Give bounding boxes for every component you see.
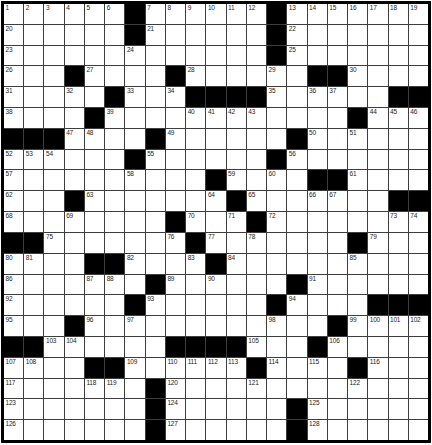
cell-r15c18[interactable] [348,295,367,315]
cell-r1c6[interactable]: 6 [105,4,124,24]
cell-r2c17[interactable] [328,25,347,45]
cell-r3c9[interactable] [166,46,185,66]
cell-r10c19[interactable] [368,191,387,211]
cell-r14c12[interactable] [227,275,246,295]
cell-r16c11[interactable] [206,316,225,336]
cell-r20c5[interactable] [85,399,104,419]
cell-r6c4[interactable] [65,108,84,128]
cell-r18c17[interactable] [328,358,347,378]
cell-r8c18[interactable] [348,150,367,170]
cell-r20c9[interactable]: 124 [166,399,185,419]
cell-r7c16[interactable]: 50 [308,129,327,149]
cell-r5c2[interactable] [24,87,43,107]
cell-r20c7[interactable] [125,399,144,419]
cell-r19c6[interactable]: 119 [105,379,124,399]
cell-r20c18[interactable] [348,399,367,419]
cell-r8c1[interactable]: 52 [4,150,23,170]
cell-r10c10[interactable] [186,191,205,211]
cell-r2c19[interactable] [368,25,387,45]
cell-r8c2[interactable]: 53 [24,150,43,170]
cell-r4c1[interactable]: 26 [4,66,23,86]
cell-r5c14[interactable]: 35 [267,87,286,107]
cell-r13c21[interactable] [409,254,428,274]
cell-r10c15[interactable] [287,191,306,211]
cell-r13c17[interactable] [328,254,347,274]
cell-r18c2[interactable]: 108 [24,358,43,378]
cell-r13c18[interactable]: 85 [348,254,367,274]
cell-r9c8[interactable] [146,170,165,190]
cell-r21c5[interactable] [85,420,104,440]
cell-r8c8[interactable]: 55 [146,150,165,170]
cell-r6c7[interactable] [125,108,144,128]
cell-r4c7[interactable] [125,66,144,86]
cell-r18c8[interactable] [146,358,165,378]
cell-r3c11[interactable] [206,46,225,66]
cell-r16c3[interactable] [44,316,63,336]
cell-r1c5[interactable]: 5 [85,4,104,24]
cell-r12c12[interactable] [227,233,246,253]
cell-r15c11[interactable] [206,295,225,315]
cell-r8c16[interactable] [308,150,327,170]
cell-r3c15[interactable]: 25 [287,46,306,66]
cell-r16c2[interactable] [24,316,43,336]
cell-r14c3[interactable] [44,275,63,295]
cell-r9c1[interactable]: 57 [4,170,23,190]
cell-r13c19[interactable] [368,254,387,274]
cell-r18c7[interactable]: 109 [125,358,144,378]
cell-r18c16[interactable]: 115 [308,358,327,378]
cell-r4c14[interactable]: 29 [267,66,286,86]
cell-r12c4[interactable] [65,233,84,253]
cell-r10c16[interactable]: 66 [308,191,327,211]
cell-r11c1[interactable]: 68 [4,212,23,232]
cell-r19c4[interactable] [65,379,84,399]
cell-r6c20[interactable]: 45 [389,108,408,128]
cell-r15c2[interactable] [24,295,43,315]
cell-r9c12[interactable]: 59 [227,170,246,190]
cell-r16c6[interactable] [105,316,124,336]
cell-r17c20[interactable] [389,337,408,357]
cell-r5c7[interactable]: 33 [125,87,144,107]
cell-r18c9[interactable]: 110 [166,358,185,378]
cell-r18c12[interactable]: 113 [227,358,246,378]
cell-r15c15[interactable]: 94 [287,295,306,315]
cell-r3c12[interactable] [227,46,246,66]
cell-r3c19[interactable] [368,46,387,66]
cell-r5c8[interactable] [146,87,165,107]
cell-r8c6[interactable] [105,150,124,170]
cell-r13c20[interactable] [389,254,408,274]
cell-r4c10[interactable]: 28 [186,66,205,86]
cell-r7c17[interactable] [328,129,347,149]
cell-r5c18[interactable] [348,87,367,107]
cell-r4c15[interactable] [287,66,306,86]
cell-r14c14[interactable] [267,275,286,295]
cell-r8c9[interactable] [166,150,185,170]
cell-r7c21[interactable] [409,129,428,149]
cell-r20c13[interactable] [247,399,266,419]
cell-r8c11[interactable] [206,150,225,170]
cell-r11c7[interactable] [125,212,144,232]
cell-r14c7[interactable] [125,275,144,295]
cell-r19c21[interactable] [409,379,428,399]
cell-r6c6[interactable]: 39 [105,108,124,128]
cell-r6c12[interactable]: 42 [227,108,246,128]
cell-r21c6[interactable] [105,420,124,440]
cell-r2c18[interactable] [348,25,367,45]
cell-r10c18[interactable] [348,191,367,211]
cell-r7c14[interactable] [267,129,286,149]
cell-r21c2[interactable] [24,420,43,440]
cell-r20c20[interactable] [389,399,408,419]
cell-r4c21[interactable] [409,66,428,86]
cell-r16c21[interactable]: 102 [409,316,428,336]
cell-r11c2[interactable] [24,212,43,232]
cell-r2c16[interactable] [308,25,327,45]
cell-r9c14[interactable]: 60 [267,170,286,190]
cell-r16c18[interactable]: 99 [348,316,367,336]
cell-r13c3[interactable] [44,254,63,274]
cell-r20c16[interactable]: 125 [308,399,327,419]
cell-r14c4[interactable] [65,275,84,295]
cell-r8c21[interactable] [409,150,428,170]
cell-r1c11[interactable]: 10 [206,4,225,24]
cell-r20c3[interactable] [44,399,63,419]
cell-r12c7[interactable] [125,233,144,253]
cell-r17c13[interactable]: 105 [247,337,266,357]
cell-r15c3[interactable] [44,295,63,315]
cell-r18c21[interactable] [409,358,428,378]
cell-r5c9[interactable]: 34 [166,87,185,107]
cell-r15c4[interactable] [65,295,84,315]
cell-r9c15[interactable] [287,170,306,190]
cell-r6c17[interactable] [328,108,347,128]
cell-r2c2[interactable] [24,25,43,45]
cell-r4c13[interactable] [247,66,266,86]
cell-r14c17[interactable] [328,275,347,295]
cell-r3c3[interactable] [44,46,63,66]
cell-r3c4[interactable] [65,46,84,66]
cell-r1c16[interactable]: 14 [308,4,327,24]
cell-r16c8[interactable] [146,316,165,336]
cell-r7c4[interactable]: 47 [65,129,84,149]
cell-r12c16[interactable] [308,233,327,253]
cell-r16c5[interactable]: 96 [85,316,104,336]
cell-r11c20[interactable]: 73 [389,212,408,232]
cell-r8c4[interactable] [65,150,84,170]
cell-r4c8[interactable] [146,66,165,86]
cell-r6c9[interactable] [166,108,185,128]
cell-r6c13[interactable]: 43 [247,108,266,128]
cell-r1c21[interactable]: 19 [409,4,428,24]
cell-r21c7[interactable] [125,420,144,440]
cell-r15c1[interactable]: 92 [4,295,23,315]
cell-r4c2[interactable] [24,66,43,86]
cell-r13c10[interactable]: 83 [186,254,205,274]
cell-r12c17[interactable] [328,233,347,253]
cell-r12c11[interactable]: 77 [206,233,225,253]
cell-r21c21[interactable] [409,420,428,440]
cell-r5c16[interactable]: 36 [308,87,327,107]
cell-r20c11[interactable] [206,399,225,419]
cell-r2c9[interactable] [166,25,185,45]
cell-r3c10[interactable] [186,46,205,66]
cell-r11c18[interactable] [348,212,367,232]
cell-r4c19[interactable] [368,66,387,86]
cell-r7c6[interactable] [105,129,124,149]
cell-r1c9[interactable]: 8 [166,4,185,24]
cell-r6c15[interactable] [287,108,306,128]
cell-r21c18[interactable] [348,420,367,440]
cell-r4c3[interactable] [44,66,63,86]
cell-r14c21[interactable] [409,275,428,295]
cell-r11c5[interactable] [85,212,104,232]
cell-r3c8[interactable] [146,46,165,66]
cell-r1c1[interactable]: 1 [4,4,23,24]
cell-r20c12[interactable] [227,399,246,419]
cell-r6c14[interactable] [267,108,286,128]
cell-r6c3[interactable] [44,108,63,128]
cell-r20c14[interactable] [267,399,286,419]
cell-r21c14[interactable] [267,420,286,440]
cell-r15c13[interactable] [247,295,266,315]
cell-r20c4[interactable] [65,399,84,419]
cell-r8c12[interactable] [227,150,246,170]
cell-r12c6[interactable] [105,233,124,253]
cell-r10c6[interactable] [105,191,124,211]
cell-r21c9[interactable]: 127 [166,420,185,440]
cell-r19c10[interactable] [186,379,205,399]
cell-r10c3[interactable] [44,191,63,211]
cell-r15c6[interactable] [105,295,124,315]
cell-r3c20[interactable] [389,46,408,66]
cell-r18c14[interactable]: 114 [267,358,286,378]
cell-r7c10[interactable] [186,129,205,149]
cell-r7c19[interactable] [368,129,387,149]
cell-r17c6[interactable] [105,337,124,357]
cell-r6c1[interactable]: 38 [4,108,23,128]
cell-r5c17[interactable]: 37 [328,87,347,107]
cell-r15c8[interactable]: 93 [146,295,165,315]
cell-r17c5[interactable] [85,337,104,357]
cell-r14c13[interactable] [247,275,266,295]
cell-r16c12[interactable] [227,316,246,336]
cell-r6c8[interactable] [146,108,165,128]
cell-r2c4[interactable] [65,25,84,45]
cell-r2c20[interactable] [389,25,408,45]
cell-r12c14[interactable] [267,233,286,253]
cell-r3c6[interactable] [105,46,124,66]
cell-r20c17[interactable] [328,399,347,419]
cell-r1c18[interactable]: 16 [348,4,367,24]
cell-r13c12[interactable]: 84 [227,254,246,274]
cell-r11c6[interactable] [105,212,124,232]
cell-r10c13[interactable]: 65 [247,191,266,211]
cell-r3c13[interactable] [247,46,266,66]
cell-r16c7[interactable]: 97 [125,316,144,336]
cell-r17c3[interactable]: 103 [44,337,63,357]
cell-r11c8[interactable] [146,212,165,232]
cell-r14c18[interactable] [348,275,367,295]
cell-r4c6[interactable] [105,66,124,86]
cell-r7c13[interactable] [247,129,266,149]
cell-r5c15[interactable] [287,87,306,107]
cell-r20c6[interactable] [105,399,124,419]
cell-r21c1[interactable]: 126 [4,420,23,440]
cell-r19c11[interactable] [206,379,225,399]
cell-r12c21[interactable] [409,233,428,253]
cell-r6c19[interactable]: 44 [368,108,387,128]
cell-r4c12[interactable] [227,66,246,86]
cell-r21c3[interactable] [44,420,63,440]
cell-r19c18[interactable]: 122 [348,379,367,399]
cell-r14c1[interactable]: 86 [4,275,23,295]
cell-r19c14[interactable] [267,379,286,399]
cell-r5c19[interactable] [368,87,387,107]
cell-r2c13[interactable] [247,25,266,45]
cell-r5c1[interactable]: 31 [4,87,23,107]
cell-r21c16[interactable]: 128 [308,420,327,440]
cell-r10c14[interactable] [267,191,286,211]
cell-r10c5[interactable]: 63 [85,191,104,211]
cell-r19c3[interactable] [44,379,63,399]
cell-r1c19[interactable]: 17 [368,4,387,24]
cell-r3c7[interactable]: 24 [125,46,144,66]
cell-r6c11[interactable]: 41 [206,108,225,128]
cell-r21c17[interactable] [328,420,347,440]
cell-r17c21[interactable] [409,337,428,357]
cell-r5c4[interactable]: 32 [65,87,84,107]
cell-r11c12[interactable]: 71 [227,212,246,232]
cell-r19c9[interactable]: 120 [166,379,185,399]
cell-r19c5[interactable]: 118 [85,379,104,399]
cell-r8c17[interactable] [328,150,347,170]
cell-r20c10[interactable] [186,399,205,419]
cell-r4c11[interactable] [206,66,225,86]
cell-r16c14[interactable]: 98 [267,316,286,336]
cell-r2c3[interactable] [44,25,63,45]
cell-r3c18[interactable] [348,46,367,66]
cell-r14c2[interactable] [24,275,43,295]
cell-r8c13[interactable] [247,150,266,170]
cell-r11c16[interactable] [308,212,327,232]
cell-r7c5[interactable]: 48 [85,129,104,149]
cell-r16c10[interactable] [186,316,205,336]
cell-r12c9[interactable]: 76 [166,233,185,253]
cell-r2c21[interactable] [409,25,428,45]
cell-r2c15[interactable]: 22 [287,25,306,45]
cell-r9c4[interactable] [65,170,84,190]
cell-r7c20[interactable] [389,129,408,149]
cell-r16c19[interactable]: 100 [368,316,387,336]
cell-r6c10[interactable]: 40 [186,108,205,128]
cell-r17c4[interactable]: 104 [65,337,84,357]
cell-r9c3[interactable] [44,170,63,190]
cell-r12c15[interactable] [287,233,306,253]
cell-r20c19[interactable] [368,399,387,419]
cell-r2c10[interactable] [186,25,205,45]
cell-r3c2[interactable] [24,46,43,66]
cell-r11c17[interactable] [328,212,347,232]
cell-r5c5[interactable] [85,87,104,107]
cell-r16c1[interactable]: 95 [4,316,23,336]
cell-r11c10[interactable]: 70 [186,212,205,232]
cell-r9c2[interactable] [24,170,43,190]
cell-r8c20[interactable] [389,150,408,170]
cell-r10c7[interactable] [125,191,144,211]
cell-r13c16[interactable] [308,254,327,274]
cell-r8c3[interactable]: 54 [44,150,63,170]
cell-r14c20[interactable] [389,275,408,295]
cell-r19c19[interactable] [368,379,387,399]
cell-r16c15[interactable] [287,316,306,336]
cell-r15c12[interactable] [227,295,246,315]
cell-r9c10[interactable] [186,170,205,190]
cell-r7c11[interactable] [206,129,225,149]
cell-r1c4[interactable]: 4 [65,4,84,24]
cell-r9c5[interactable] [85,170,104,190]
cell-r2c12[interactable] [227,25,246,45]
cell-r17c7[interactable] [125,337,144,357]
cell-r10c1[interactable]: 62 [4,191,23,211]
cell-r11c11[interactable] [206,212,225,232]
cell-r21c11[interactable] [206,420,225,440]
cell-r15c16[interactable] [308,295,327,315]
cell-r4c5[interactable]: 27 [85,66,104,86]
cell-r7c18[interactable]: 51 [348,129,367,149]
cell-r10c11[interactable]: 64 [206,191,225,211]
cell-r1c8[interactable]: 7 [146,4,165,24]
cell-r9c7[interactable]: 58 [125,170,144,190]
cell-r8c15[interactable]: 56 [287,150,306,170]
cell-r11c14[interactable]: 72 [267,212,286,232]
cell-r7c7[interactable] [125,129,144,149]
cell-r19c1[interactable]: 117 [4,379,23,399]
cell-r6c2[interactable] [24,108,43,128]
cell-r9c13[interactable] [247,170,266,190]
cell-r3c16[interactable] [308,46,327,66]
cell-r21c10[interactable] [186,420,205,440]
cell-r13c9[interactable] [166,254,185,274]
cell-r21c20[interactable] [389,420,408,440]
cell-r16c9[interactable] [166,316,185,336]
cell-r1c3[interactable]: 3 [44,4,63,24]
cell-r13c4[interactable] [65,254,84,274]
cell-r18c11[interactable]: 112 [206,358,225,378]
cell-r10c17[interactable]: 67 [328,191,347,211]
cell-r12c5[interactable] [85,233,104,253]
cell-r1c2[interactable]: 2 [24,4,43,24]
cell-r12c20[interactable] [389,233,408,253]
cell-r1c17[interactable]: 15 [328,4,347,24]
cell-r13c15[interactable] [287,254,306,274]
cell-r2c1[interactable]: 20 [4,25,23,45]
cell-r15c5[interactable] [85,295,104,315]
cell-r19c20[interactable] [389,379,408,399]
cell-r13c8[interactable] [146,254,165,274]
cell-r21c19[interactable] [368,420,387,440]
cell-r9c20[interactable] [389,170,408,190]
cell-r18c10[interactable]: 111 [186,358,205,378]
cell-r21c4[interactable] [65,420,84,440]
cell-r12c8[interactable] [146,233,165,253]
cell-r18c15[interactable] [287,358,306,378]
cell-r19c2[interactable] [24,379,43,399]
cell-r6c21[interactable]: 46 [409,108,428,128]
cell-r9c19[interactable] [368,170,387,190]
cell-r3c17[interactable] [328,46,347,66]
cell-r14c9[interactable]: 89 [166,275,185,295]
